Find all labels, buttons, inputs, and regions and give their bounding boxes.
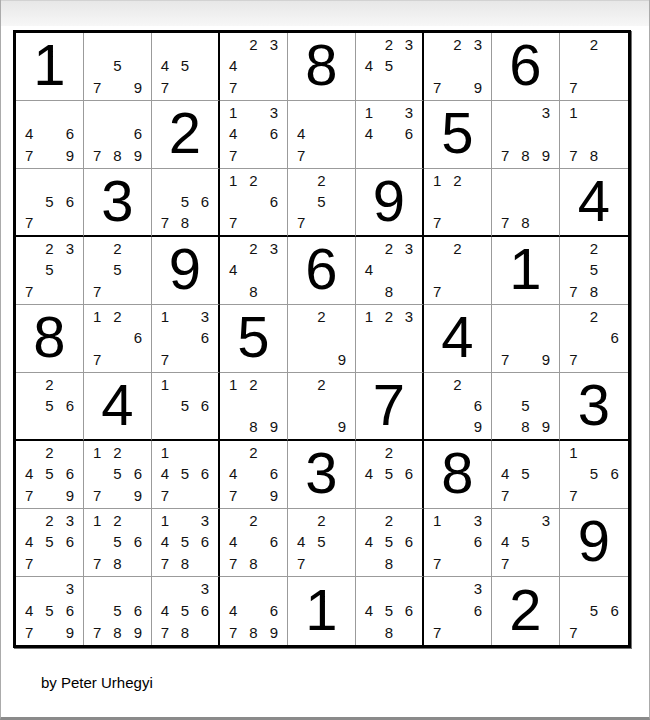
candidates-grid: 367: [427, 578, 488, 643]
candidate-digit: 6: [264, 531, 284, 552]
candidates-grid: 29: [291, 306, 352, 370]
sudoku-board: 1579457234782345237962746796789213467471…: [13, 30, 631, 648]
cell-r8c1[interactable]: 234567: [16, 509, 84, 577]
given-digit: 1: [305, 581, 337, 639]
cell-r2c7[interactable]: 5: [424, 101, 492, 169]
cell-r7c8[interactable]: 457: [492, 441, 560, 509]
cell-r4c9[interactable]: 2578: [560, 237, 628, 305]
candidate-digit: 3: [195, 578, 215, 600]
candidates-grid: 2457: [291, 510, 352, 574]
candidate-digit: 3: [195, 306, 215, 327]
candidate-digit: 2: [447, 374, 467, 395]
given-digit: 1: [509, 240, 541, 298]
candidate-digit: 5: [175, 463, 195, 484]
candidate-digit: 2: [311, 374, 331, 395]
candidate-digit: 2: [243, 442, 263, 463]
candidates-grid: 2347: [223, 34, 284, 98]
cell-r1c9[interactable]: 27: [560, 33, 628, 101]
candidate-digit: 9: [60, 485, 80, 506]
candidate-digit: 7: [19, 281, 39, 302]
candidate-digit: 3: [399, 238, 419, 259]
candidate-digit: 7: [563, 145, 584, 166]
candidate-digit: 7: [87, 349, 107, 370]
cell-r7c7[interactable]: 8: [424, 441, 492, 509]
cell-r6c1[interactable]: 256: [16, 373, 84, 441]
candidate-digit: 6: [264, 600, 284, 622]
candidate-digit: 1: [155, 306, 175, 327]
candidate-digit: 1: [563, 442, 584, 463]
candidate-digit: 7: [427, 553, 447, 574]
cell-r3c9[interactable]: 4: [560, 169, 628, 237]
candidate-digit: 3: [399, 306, 419, 327]
candidate-digit: 5: [515, 531, 535, 552]
candidate-digit: 7: [87, 281, 107, 302]
candidate-digit: 7: [291, 212, 311, 233]
cell-r4c5[interactable]: 6: [288, 237, 356, 305]
candidates-grid: 2345: [359, 34, 419, 98]
candidate-digit: 5: [175, 395, 195, 416]
candidate-digit: 2: [379, 442, 399, 463]
cell-r7c6[interactable]: 2456: [356, 441, 424, 509]
candidates-grid: 2578: [563, 238, 625, 302]
candidate-digit: 3: [399, 34, 419, 55]
candidate-digit: 9: [468, 77, 488, 98]
candidate-digit: 6: [264, 123, 284, 144]
candidate-digit: 2: [311, 510, 331, 531]
candidates-grid: 27: [427, 238, 488, 302]
candidate-digit: 8: [175, 621, 195, 643]
candidate-digit: 7: [291, 553, 311, 574]
candidate-digit: 2: [107, 306, 127, 327]
given-digit: 5: [441, 104, 473, 162]
candidate-digit: 9: [332, 349, 352, 370]
cell-r5c6[interactable]: 123: [356, 305, 424, 373]
candidate-digit: 9: [128, 77, 148, 98]
candidates-grid: 178: [563, 102, 625, 166]
candidate-digit: 2: [379, 306, 399, 327]
candidate-digit: 4: [223, 123, 243, 144]
given-digit: 2: [169, 104, 201, 162]
cell-r1c3[interactable]: 457: [152, 33, 220, 101]
candidates-grid: 1267: [87, 306, 148, 370]
candidate-digit: 9: [264, 416, 284, 437]
candidates-grid: 2348: [223, 238, 284, 302]
candidates-grid: 2348: [359, 238, 419, 302]
author-credit: by Peter Urhegyi: [41, 674, 153, 691]
candidate-digit: 2: [243, 238, 263, 259]
candidates-grid: 5678: [155, 170, 215, 233]
candidates-grid: 1289: [223, 374, 284, 437]
candidates-grid: 1345678: [155, 510, 215, 574]
candidate-digit: 5: [39, 191, 59, 212]
candidate-digit: 5: [175, 55, 195, 76]
candidate-digit: 4: [223, 55, 243, 76]
candidate-digit: 4: [495, 463, 515, 484]
candidate-digit: 6: [128, 123, 148, 144]
given-digit: 4: [578, 172, 610, 230]
candidate-digit: 9: [264, 621, 284, 643]
cell-r8c3[interactable]: 1345678: [152, 509, 220, 577]
cell-r5c3[interactable]: 1367: [152, 305, 220, 373]
cell-r6c3[interactable]: 156: [152, 373, 220, 441]
candidates-grid: 567: [563, 578, 625, 643]
candidate-digit: 7: [87, 145, 107, 166]
candidate-digit: 2: [379, 34, 399, 55]
candidate-digit: 2: [447, 34, 467, 55]
candidate-digit: 6: [195, 327, 215, 348]
cell-r6c9[interactable]: 3: [560, 373, 628, 441]
candidate-digit: 8: [379, 553, 399, 574]
candidate-digit: 8: [243, 553, 263, 574]
given-digit: 9: [578, 512, 610, 570]
candidates-grid: 46789: [223, 578, 284, 643]
candidate-digit: 4: [359, 259, 379, 280]
candidate-digit: 4: [359, 55, 379, 76]
cell-r2c5[interactable]: 47: [288, 101, 356, 169]
candidate-digit: 5: [39, 463, 59, 484]
candidate-digit: 5: [39, 600, 59, 622]
candidate-digit: 1: [87, 306, 107, 327]
candidate-digit: 2: [447, 170, 467, 191]
candidate-digit: 4: [155, 463, 175, 484]
candidate-digit: 8: [379, 281, 399, 302]
candidate-digit: 7: [87, 77, 107, 98]
cell-r9c1[interactable]: 345679: [16, 577, 84, 645]
candidate-digit: 5: [311, 191, 331, 212]
candidate-digit: 7: [155, 212, 175, 233]
given-digit: 7: [373, 376, 405, 434]
cell-r8c9[interactable]: 9: [560, 509, 628, 577]
candidate-digit: 6: [604, 327, 625, 348]
candidate-digit: 2: [311, 306, 331, 327]
candidate-digit: 5: [107, 259, 127, 280]
candidate-digit: 2: [107, 510, 127, 531]
candidate-digit: 6: [468, 395, 488, 416]
candidate-digit: 4: [359, 531, 379, 552]
given-digit: 6: [305, 240, 337, 298]
candidates-grid: 567: [19, 170, 80, 233]
candidate-digit: 7: [495, 145, 515, 166]
candidate-digit: 4: [19, 123, 39, 144]
given-digit: 8: [305, 36, 337, 94]
cell-r5c7[interactable]: 4: [424, 305, 492, 373]
candidate-digit: 2: [243, 170, 263, 191]
cell-r9c3[interactable]: 345678: [152, 577, 220, 645]
candidate-digit: 4: [291, 123, 311, 144]
candidates-grid: 125679: [87, 442, 148, 506]
candidates-grid: 24678: [223, 510, 284, 574]
candidate-digit: 9: [128, 485, 148, 506]
candidate-digit: 6: [264, 191, 284, 212]
candidate-digit: 5: [39, 395, 59, 416]
candidate-digit: 7: [87, 553, 107, 574]
candidate-digit: 8: [107, 553, 127, 574]
candidate-digit: 1: [155, 374, 175, 395]
candidates-grid: 3457: [495, 510, 556, 574]
candidate-digit: 6: [468, 600, 488, 622]
candidate-digit: 8: [379, 621, 399, 643]
candidate-digit: 7: [19, 212, 39, 233]
candidate-digit: 4: [155, 531, 175, 552]
candidate-digit: 6: [128, 463, 148, 484]
cell-r7c5[interactable]: 3: [288, 441, 356, 509]
cell-r6c4[interactable]: 1289: [220, 373, 288, 441]
candidate-digit: 4: [359, 600, 379, 622]
candidate-digit: 5: [107, 531, 127, 552]
candidates-grid: 1367: [155, 306, 215, 370]
candidates-grid: 47: [291, 102, 352, 166]
candidates-grid: 256: [19, 374, 80, 437]
candidate-digit: 3: [264, 34, 284, 55]
candidate-digit: 8: [243, 621, 263, 643]
cell-r8c6[interactable]: 24568: [356, 509, 424, 577]
candidate-digit: 5: [584, 259, 605, 280]
cell-r5c5[interactable]: 29: [288, 305, 356, 373]
cell-r5c4[interactable]: 5: [220, 305, 288, 373]
candidates-grid: 457: [155, 34, 215, 98]
candidate-digit: 4: [155, 600, 175, 622]
candidates-grid: 345678: [155, 578, 215, 643]
candidate-digit: 8: [515, 145, 535, 166]
candidate-digit: 9: [536, 349, 556, 370]
candidate-digit: 2: [243, 510, 263, 531]
candidate-digit: 9: [128, 621, 148, 643]
cell-r5c9[interactable]: 267: [560, 305, 628, 373]
candidates-grid: 2456: [359, 442, 419, 506]
cell-r5c2[interactable]: 1267: [84, 305, 152, 373]
cell-r2c9[interactable]: 178: [560, 101, 628, 169]
candidate-digit: 7: [87, 621, 107, 643]
candidate-digit: 2: [39, 238, 59, 259]
cell-r8c5[interactable]: 2457: [288, 509, 356, 577]
candidate-digit: 7: [19, 145, 39, 166]
candidate-digit: 2: [107, 442, 127, 463]
candidate-digit: 2: [39, 442, 59, 463]
candidate-digit: 7: [495, 485, 515, 506]
candidate-digit: 7: [155, 553, 175, 574]
candidate-digit: 1: [223, 374, 243, 395]
candidates-grid: 156: [155, 374, 215, 437]
cell-r3c6[interactable]: 9: [356, 169, 424, 237]
candidate-digit: 7: [427, 212, 447, 233]
candidate-digit: 6: [604, 463, 625, 484]
cell-r4c1[interactable]: 2357: [16, 237, 84, 305]
candidate-digit: 3: [468, 510, 488, 531]
candidate-digit: 6: [60, 531, 80, 552]
cell-r3c8[interactable]: 78: [492, 169, 560, 237]
given-digit: 4: [101, 376, 133, 434]
candidates-grid: 579: [87, 34, 148, 98]
cell-r1c5[interactable]: 8: [288, 33, 356, 101]
candidates-grid: 1267: [223, 170, 284, 233]
candidate-digit: 8: [175, 553, 195, 574]
top-strip: [1, 0, 649, 26]
candidate-digit: 7: [427, 281, 447, 302]
candidate-digit: 4: [19, 463, 39, 484]
candidate-digit: 7: [427, 77, 447, 98]
cell-r8c7[interactable]: 1367: [424, 509, 492, 577]
cell-r4c4[interactable]: 2348: [220, 237, 288, 305]
candidates-grid: 78: [495, 170, 556, 233]
cell-r7c9[interactable]: 1567: [560, 441, 628, 509]
cell-r7c3[interactable]: 14567: [152, 441, 220, 509]
candidates-grid: 457: [495, 442, 556, 506]
cell-r4c8[interactable]: 1: [492, 237, 560, 305]
cell-r1c1[interactable]: 1: [16, 33, 84, 101]
candidate-digit: 4: [155, 55, 175, 76]
candidate-digit: 8: [584, 145, 605, 166]
cell-r4c6[interactable]: 2348: [356, 237, 424, 305]
candidate-digit: 7: [563, 621, 584, 643]
cell-r9c4[interactable]: 46789: [220, 577, 288, 645]
cell-r9c7[interactable]: 367: [424, 577, 492, 645]
candidate-digit: 7: [155, 621, 175, 643]
candidate-digit: 9: [60, 621, 80, 643]
candidate-digit: 1: [359, 102, 379, 123]
cell-r3c3[interactable]: 5678: [152, 169, 220, 237]
candidate-digit: 2: [447, 238, 467, 259]
candidate-digit: 8: [243, 281, 263, 302]
candidates-grid: 24568: [359, 510, 419, 574]
cell-r6c7[interactable]: 269: [424, 373, 492, 441]
candidate-digit: 4: [19, 600, 39, 622]
given-digit: 3: [101, 172, 133, 230]
cell-r9c9[interactable]: 567: [560, 577, 628, 645]
cell-r1c2[interactable]: 579: [84, 33, 152, 101]
candidate-digit: 5: [39, 531, 59, 552]
cell-r3c5[interactable]: 257: [288, 169, 356, 237]
given-digit: 6: [509, 36, 541, 94]
cell-r6c8[interactable]: 589: [492, 373, 560, 441]
cell-r2c2[interactable]: 6789: [84, 101, 152, 169]
candidate-digit: 1: [87, 442, 107, 463]
candidate-digit: 7: [19, 553, 39, 574]
candidate-digit: 6: [468, 531, 488, 552]
candidate-digit: 5: [175, 191, 195, 212]
candidate-digit: 7: [563, 281, 584, 302]
cell-r2c8[interactable]: 3789: [492, 101, 560, 169]
cell-r7c1[interactable]: 245679: [16, 441, 84, 509]
cell-r8c2[interactable]: 125678: [84, 509, 152, 577]
candidate-digit: 5: [584, 600, 605, 622]
cell-r2c1[interactable]: 4679: [16, 101, 84, 169]
candidate-digit: 7: [563, 77, 584, 98]
page: 1579457234782345237962746796789213467471…: [0, 0, 650, 720]
cell-r5c1[interactable]: 8: [16, 305, 84, 373]
candidate-digit: 6: [128, 327, 148, 348]
candidates-grid: 2357: [19, 238, 80, 302]
candidates-grid: 1346: [359, 102, 419, 166]
candidate-digit: 7: [223, 621, 243, 643]
given-digit: 2: [509, 581, 541, 639]
candidate-digit: 9: [468, 416, 488, 437]
candidate-digit: 1: [427, 170, 447, 191]
cell-r4c2[interactable]: 257: [84, 237, 152, 305]
candidates-grid: 14567: [155, 442, 215, 506]
candidate-digit: 1: [563, 102, 584, 123]
cell-r3c1[interactable]: 567: [16, 169, 84, 237]
cell-r7c2[interactable]: 125679: [84, 441, 152, 509]
candidate-digit: 6: [264, 463, 284, 484]
candidate-digit: 6: [60, 123, 80, 144]
candidate-digit: 1: [87, 510, 107, 531]
candidate-digit: 6: [60, 463, 80, 484]
candidate-digit: 7: [87, 485, 107, 506]
cell-r6c2[interactable]: 4: [84, 373, 152, 441]
candidate-digit: 7: [223, 553, 243, 574]
candidate-digit: 8: [515, 212, 535, 233]
candidate-digit: 9: [332, 416, 352, 437]
candidate-digit: 6: [195, 463, 215, 484]
candidate-digit: 3: [60, 238, 80, 259]
cell-r1c8[interactable]: 6: [492, 33, 560, 101]
given-digit: 4: [441, 308, 473, 366]
candidate-digit: 2: [379, 510, 399, 531]
candidate-digit: 7: [223, 485, 243, 506]
cell-r3c4[interactable]: 1267: [220, 169, 288, 237]
candidate-digit: 4: [19, 531, 39, 552]
candidate-digit: 2: [584, 34, 605, 55]
cell-r9c8[interactable]: 2: [492, 577, 560, 645]
cell-r4c7[interactable]: 27: [424, 237, 492, 305]
candidate-digit: 5: [379, 55, 399, 76]
cell-r1c6[interactable]: 2345: [356, 33, 424, 101]
cell-r2c4[interactable]: 13467: [220, 101, 288, 169]
cell-r8c8[interactable]: 3457: [492, 509, 560, 577]
cell-r4c3[interactable]: 9: [152, 237, 220, 305]
cell-r5c8[interactable]: 79: [492, 305, 560, 373]
candidate-digit: 6: [195, 191, 215, 212]
cell-r3c2[interactable]: 3: [84, 169, 152, 237]
candidate-digit: 3: [264, 102, 284, 123]
cell-r1c7[interactable]: 2379: [424, 33, 492, 101]
candidate-digit: 7: [495, 212, 515, 233]
candidate-digit: 5: [39, 259, 59, 280]
cell-r6c6[interactable]: 7: [356, 373, 424, 441]
cell-r7c4[interactable]: 24679: [220, 441, 288, 509]
cell-r1c4[interactable]: 2347: [220, 33, 288, 101]
candidate-digit: 3: [60, 510, 80, 531]
candidate-digit: 3: [536, 102, 556, 123]
cell-r9c2[interactable]: 56789: [84, 577, 152, 645]
candidates-grid: 123: [359, 306, 419, 370]
cell-r3c7[interactable]: 127: [424, 169, 492, 237]
cell-r2c3[interactable]: 2: [152, 101, 220, 169]
cell-r8c4[interactable]: 24678: [220, 509, 288, 577]
candidate-digit: 7: [563, 485, 584, 506]
candidate-digit: 7: [155, 485, 175, 506]
cell-r9c6[interactable]: 4568: [356, 577, 424, 645]
candidates-grid: 2379: [427, 34, 488, 98]
cell-r6c5[interactable]: 29: [288, 373, 356, 441]
candidate-digit: 8: [107, 621, 127, 643]
candidates-grid: 79: [495, 306, 556, 370]
candidate-digit: 3: [60, 578, 80, 600]
candidate-digit: 9: [536, 145, 556, 166]
candidate-digit: 5: [515, 395, 535, 416]
candidate-digit: 5: [107, 600, 127, 622]
cell-r9c5[interactable]: 1: [288, 577, 356, 645]
cell-r2c6[interactable]: 1346: [356, 101, 424, 169]
candidates-grid: 1567: [563, 442, 625, 506]
candidate-digit: 4: [495, 531, 515, 552]
candidate-digit: 4: [223, 259, 243, 280]
candidate-digit: 1: [427, 510, 447, 531]
candidate-digit: 2: [39, 374, 59, 395]
candidate-digit: 6: [128, 531, 148, 552]
candidate-digit: 7: [223, 212, 243, 233]
candidate-digit: 5: [107, 463, 127, 484]
